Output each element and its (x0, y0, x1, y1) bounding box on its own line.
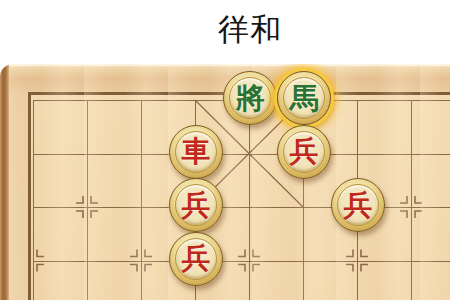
black-general[interactable]: 將 (223, 71, 277, 125)
red-soldier-1-glyph: 兵 (290, 137, 319, 166)
black-general-glyph: 將 (236, 84, 265, 113)
red-soldier-2-glyph: 兵 (182, 191, 211, 220)
puzzle-title: 徉和 (218, 13, 282, 47)
black-general-face: 將 (229, 77, 271, 119)
black-horse-glyph: 馬 (290, 84, 319, 113)
red-chariot-face: 車 (175, 131, 217, 173)
red-soldier-3-glyph: 兵 (344, 191, 373, 220)
red-soldier-2-face: 兵 (175, 184, 217, 226)
black-horse-face: 馬 (283, 77, 325, 119)
red-soldier-1-face: 兵 (283, 131, 325, 173)
xiangqi-board[interactable]: 將馬車兵兵兵兵 (0, 64, 450, 300)
red-soldier-3[interactable]: 兵 (331, 178, 385, 232)
app-screen: 徉和 將馬車兵兵兵兵 (0, 0, 450, 300)
red-soldier-4-glyph: 兵 (182, 244, 211, 273)
red-soldier-1[interactable]: 兵 (277, 125, 331, 179)
red-soldier-4[interactable]: 兵 (169, 232, 223, 286)
red-chariot[interactable]: 車 (169, 125, 223, 179)
red-soldier-3-face: 兵 (337, 184, 379, 226)
red-soldier-4-face: 兵 (175, 238, 217, 280)
red-soldier-2[interactable]: 兵 (169, 178, 223, 232)
red-chariot-glyph: 車 (182, 137, 211, 166)
board-left-edge (0, 64, 9, 300)
black-horse[interactable]: 馬 (277, 71, 331, 125)
